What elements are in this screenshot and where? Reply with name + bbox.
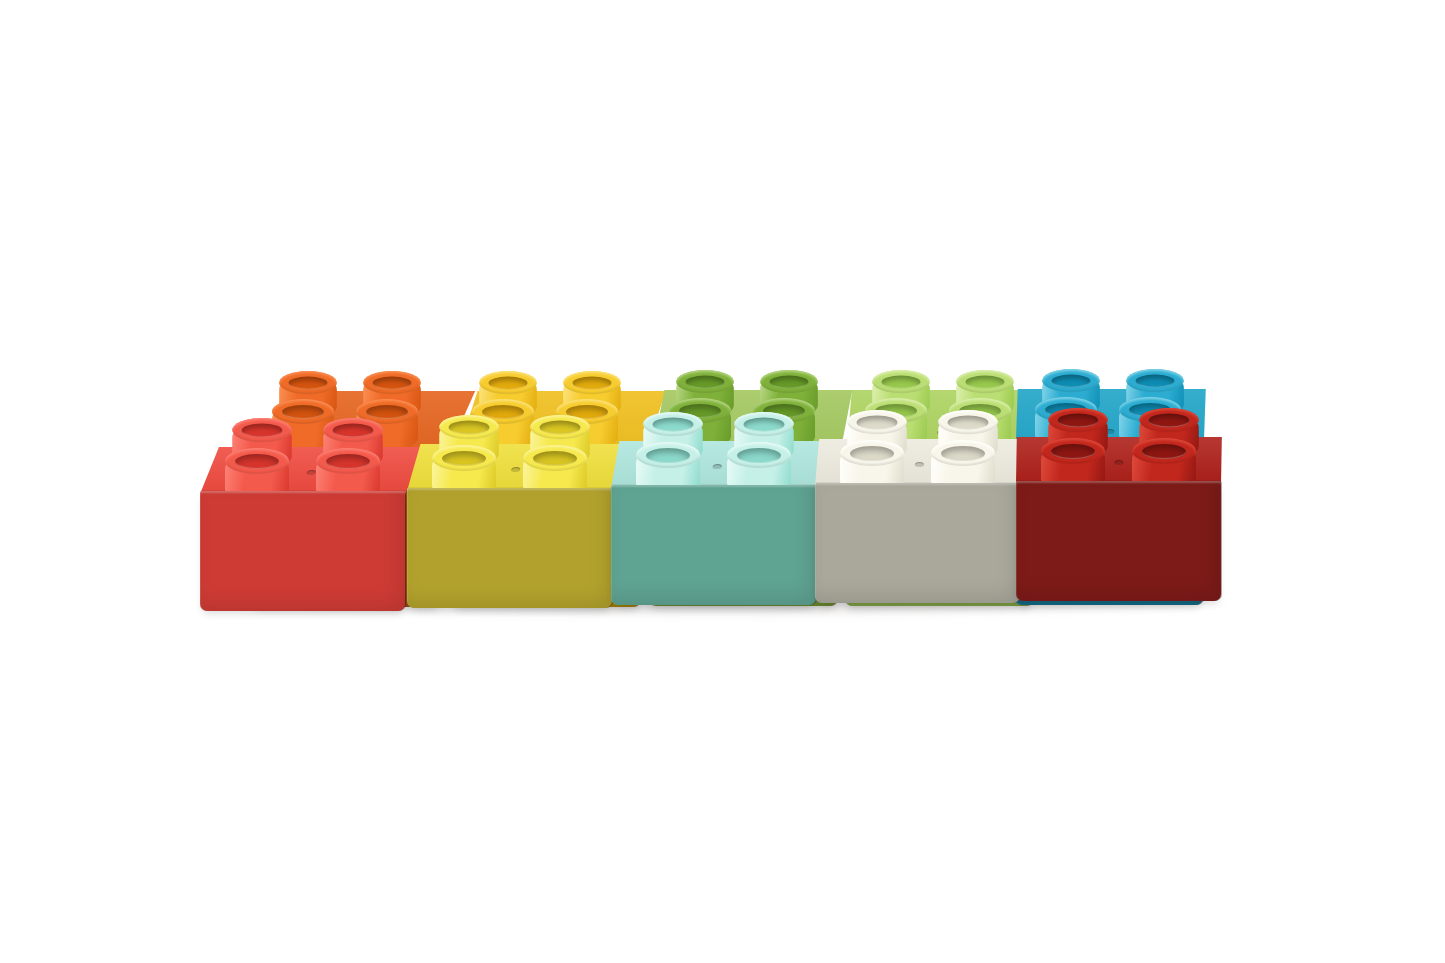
duplo-brick-front-1-coral-red [200, 418, 405, 611]
stud-hole [333, 424, 374, 438]
stud-hole [685, 376, 724, 389]
stud-hole [857, 416, 898, 430]
stud-hole [242, 424, 283, 438]
stud-hole [948, 416, 989, 430]
stud-hole [449, 421, 490, 435]
duplo-brick-front-4-white [815, 410, 1020, 603]
stud-hole [282, 405, 324, 419]
stud-hole [372, 377, 411, 390]
stud-hole [653, 418, 694, 432]
duplo-brick-front-3-pale-aqua [611, 412, 816, 605]
stud-hole [1135, 375, 1174, 388]
stud-hole [540, 421, 581, 435]
stud-hole [326, 454, 370, 469]
stud-hole [850, 446, 894, 461]
stud-hole [235, 454, 279, 469]
stud-hole [1051, 375, 1090, 388]
duplo-brick-front-5-dark-red [1016, 408, 1221, 601]
top-face-pinhole [1114, 460, 1123, 465]
stud-hole [533, 451, 577, 466]
stud-hole [646, 448, 690, 463]
brick-front-face [1016, 481, 1221, 601]
stud-hole [1149, 414, 1190, 428]
stud-hole [1058, 414, 1099, 428]
duplo-brick-front-2-lemon-yellow [407, 415, 612, 608]
stud-hole [769, 376, 808, 389]
stud-hole [744, 418, 785, 432]
stud-hole [1051, 444, 1095, 459]
brick-front-face [815, 483, 1020, 603]
stud-hole [881, 376, 920, 389]
stud-hole [941, 446, 985, 461]
top-face-pinhole [712, 464, 722, 469]
stud-hole [965, 376, 1004, 389]
stud-hole [366, 405, 408, 419]
stud-hole [488, 377, 527, 390]
photo-canvas [0, 0, 1445, 963]
brick-front-face [611, 485, 816, 605]
stud-hole [288, 377, 327, 390]
top-face-pinhole [510, 467, 520, 472]
stud-hole [572, 377, 611, 390]
top-face-pinhole [914, 462, 923, 467]
top-face-pinhole [305, 470, 316, 475]
brick-front-face [407, 488, 612, 608]
brick-front-face [200, 491, 405, 611]
stud-hole [442, 451, 486, 466]
stud-hole [1142, 444, 1186, 459]
stud-hole [737, 448, 781, 463]
